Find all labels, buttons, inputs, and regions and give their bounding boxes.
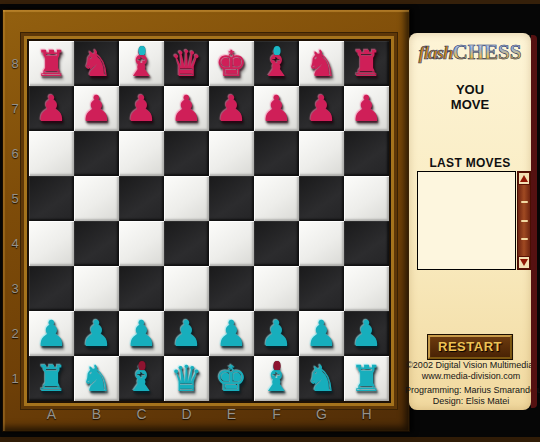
- square-a3[interactable]: [29, 266, 74, 311]
- square-h1[interactable]: ♜: [344, 356, 389, 401]
- white-bishop[interactable]: ♝: [254, 356, 299, 401]
- square-c7[interactable]: ♟: [119, 86, 164, 131]
- white-knight[interactable]: ♞: [299, 356, 344, 401]
- square-e3[interactable]: [209, 266, 254, 311]
- file-label-e: E: [209, 402, 254, 426]
- square-c1[interactable]: ♝: [119, 356, 164, 401]
- square-a8[interactable]: ♜: [29, 41, 74, 86]
- last-moves-label: LAST MOVES: [409, 156, 531, 170]
- down-arrow-icon: [520, 259, 528, 266]
- copyright-credits: ©2002 Digital Vision Multimedia. www.med…: [405, 360, 537, 382]
- rank-label-6: 6: [3, 131, 27, 176]
- square-a7[interactable]: ♟: [29, 86, 74, 131]
- square-g2[interactable]: ♟: [299, 311, 344, 356]
- square-b1[interactable]: ♞: [74, 356, 119, 401]
- last-moves-list: [417, 171, 516, 270]
- square-f8[interactable]: ♝: [254, 41, 299, 86]
- white-pawn[interactable]: ♟: [299, 311, 344, 356]
- black-pawn[interactable]: ♟: [254, 86, 299, 131]
- square-b6[interactable]: [74, 131, 119, 176]
- black-king[interactable]: ♚: [209, 41, 254, 86]
- square-f1[interactable]: ♝: [254, 356, 299, 401]
- flashchess-logo: flashCHESS: [409, 40, 531, 65]
- white-rook[interactable]: ♜: [29, 356, 74, 401]
- white-pawn[interactable]: ♟: [344, 311, 389, 356]
- square-h2[interactable]: ♟: [344, 311, 389, 356]
- flash-chess-app: ♜♞♝♛♚♝♞♜♟♟♟♟♟♟♟♟♟♟♟♟♟♟♟♟♜♞♝♛♚♝♞♜ 8765432…: [0, 0, 540, 442]
- scroll-up-button[interactable]: [518, 172, 530, 185]
- rank-label-8: 8: [3, 41, 27, 86]
- square-a6[interactable]: [29, 131, 74, 176]
- author-credits: Programming: Marius Smarandoiu Design: E…: [405, 385, 537, 407]
- square-h4[interactable]: [344, 221, 389, 266]
- black-pawn[interactable]: ♟: [29, 86, 74, 131]
- square-c4[interactable]: [119, 221, 164, 266]
- rank-label-4: 4: [3, 221, 27, 266]
- square-h3[interactable]: [344, 266, 389, 311]
- square-c6[interactable]: [119, 131, 164, 176]
- restart-button[interactable]: RESTART: [428, 335, 512, 359]
- turn-status-line2: MOVE: [409, 97, 531, 112]
- black-bishop[interactable]: ♝: [254, 41, 299, 86]
- square-b5[interactable]: [74, 176, 119, 221]
- credit-design: Design: Elsis Matei: [405, 396, 537, 407]
- white-king[interactable]: ♚: [209, 356, 254, 401]
- file-labels: ABCDEFGH: [29, 402, 389, 426]
- square-h8[interactable]: ♜: [344, 41, 389, 86]
- white-pawn[interactable]: ♟: [119, 311, 164, 356]
- credit-copyright: ©2002 Digital Vision Multimedia.: [405, 360, 537, 371]
- square-h7[interactable]: ♟: [344, 86, 389, 131]
- square-f2[interactable]: ♟: [254, 311, 299, 356]
- rank-label-2: 2: [3, 311, 27, 356]
- square-g7[interactable]: ♟: [299, 86, 344, 131]
- file-label-f: F: [254, 402, 299, 426]
- square-a5[interactable]: [29, 176, 74, 221]
- scroll-down-button[interactable]: [518, 256, 530, 269]
- square-c2[interactable]: ♟: [119, 311, 164, 356]
- file-label-d: D: [164, 402, 209, 426]
- square-a2[interactable]: ♟: [29, 311, 74, 356]
- scrollbar-tick: [521, 238, 528, 240]
- sidebar-panel: flashCHESS YOU MOVE LAST MOVES RESTART ©…: [409, 33, 531, 410]
- square-a1[interactable]: ♜: [29, 356, 74, 401]
- square-f6[interactable]: [254, 131, 299, 176]
- square-e1[interactable]: ♚: [209, 356, 254, 401]
- rank-label-7: 7: [3, 86, 27, 131]
- square-b4[interactable]: [74, 221, 119, 266]
- square-c8[interactable]: ♝: [119, 41, 164, 86]
- square-e2[interactable]: ♟: [209, 311, 254, 356]
- rank-label-3: 3: [3, 266, 27, 311]
- square-d4[interactable]: [164, 221, 209, 266]
- chess-board: ♜♞♝♛♚♝♞♜♟♟♟♟♟♟♟♟♟♟♟♟♟♟♟♟♜♞♝♛♚♝♞♜: [29, 41, 389, 401]
- file-label-h: H: [344, 402, 389, 426]
- square-h5[interactable]: [344, 176, 389, 221]
- white-pawn[interactable]: ♟: [164, 311, 209, 356]
- credit-website: www.media-division.com: [405, 371, 537, 382]
- black-rook[interactable]: ♜: [29, 41, 74, 86]
- square-g3[interactable]: [299, 266, 344, 311]
- turn-status: YOU MOVE: [409, 82, 531, 112]
- logo-chess-text: CHESS: [453, 40, 522, 64]
- square-e8[interactable]: ♚: [209, 41, 254, 86]
- square-d8[interactable]: ♛: [164, 41, 209, 86]
- square-d1[interactable]: ♛: [164, 356, 209, 401]
- square-f7[interactable]: ♟: [254, 86, 299, 131]
- square-g6[interactable]: [299, 131, 344, 176]
- rank-labels: 87654321: [3, 41, 27, 401]
- file-label-c: C: [119, 402, 164, 426]
- black-pawn[interactable]: ♟: [344, 86, 389, 131]
- black-rook[interactable]: ♜: [344, 41, 389, 86]
- square-d7[interactable]: ♟: [164, 86, 209, 131]
- square-g5[interactable]: [299, 176, 344, 221]
- square-c3[interactable]: [119, 266, 164, 311]
- white-rook[interactable]: ♜: [344, 356, 389, 401]
- square-e7[interactable]: ♟: [209, 86, 254, 131]
- black-pawn[interactable]: ♟: [209, 86, 254, 131]
- file-label-g: G: [299, 402, 344, 426]
- square-b3[interactable]: [74, 266, 119, 311]
- black-knight[interactable]: ♞: [299, 41, 344, 86]
- square-b8[interactable]: ♞: [74, 41, 119, 86]
- bottom-border-strip: [0, 437, 540, 442]
- square-g8[interactable]: ♞: [299, 41, 344, 86]
- credit-programming: Programming: Marius Smarandoiu: [405, 385, 537, 396]
- square-h6[interactable]: [344, 131, 389, 176]
- top-border-strip: [0, 0, 540, 4]
- square-e6[interactable]: [209, 131, 254, 176]
- square-f3[interactable]: [254, 266, 299, 311]
- scrollbar-tick: [521, 220, 528, 222]
- white-queen[interactable]: ♛: [164, 356, 209, 401]
- square-g4[interactable]: [299, 221, 344, 266]
- square-e4[interactable]: [209, 221, 254, 266]
- scrollbar-tick: [521, 201, 528, 203]
- scrollbar-track[interactable]: [518, 185, 530, 256]
- rank-label-1: 1: [3, 356, 27, 401]
- panel-right-edge: [531, 35, 537, 408]
- square-b7[interactable]: ♟: [74, 86, 119, 131]
- logo-flash-text: flash: [419, 42, 453, 63]
- square-d5[interactable]: [164, 176, 209, 221]
- square-f4[interactable]: [254, 221, 299, 266]
- square-f5[interactable]: [254, 176, 299, 221]
- black-pawn[interactable]: ♟: [164, 86, 209, 131]
- square-a4[interactable]: [29, 221, 74, 266]
- moves-scrollbar[interactable]: [517, 171, 531, 270]
- rank-label-5: 5: [3, 176, 27, 221]
- black-queen[interactable]: ♛: [164, 41, 209, 86]
- square-g1[interactable]: ♞: [299, 356, 344, 401]
- square-b2[interactable]: ♟: [74, 311, 119, 356]
- white-knight[interactable]: ♞: [74, 356, 119, 401]
- white-pawn[interactable]: ♟: [74, 311, 119, 356]
- white-bishop[interactable]: ♝: [119, 356, 164, 401]
- square-c5[interactable]: [119, 176, 164, 221]
- black-bishop[interactable]: ♝: [119, 41, 164, 86]
- white-pawn[interactable]: ♟: [209, 311, 254, 356]
- black-pawn[interactable]: ♟: [74, 86, 119, 131]
- black-pawn[interactable]: ♟: [299, 86, 344, 131]
- turn-status-line1: YOU: [409, 82, 531, 97]
- white-pawn[interactable]: ♟: [29, 311, 74, 356]
- square-d6[interactable]: [164, 131, 209, 176]
- file-label-b: B: [74, 402, 119, 426]
- black-knight[interactable]: ♞: [74, 41, 119, 86]
- square-d3[interactable]: [164, 266, 209, 311]
- white-pawn[interactable]: ♟: [254, 311, 299, 356]
- square-e5[interactable]: [209, 176, 254, 221]
- square-d2[interactable]: ♟: [164, 311, 209, 356]
- black-pawn[interactable]: ♟: [119, 86, 164, 131]
- up-arrow-icon: [520, 175, 528, 182]
- file-label-a: A: [29, 402, 74, 426]
